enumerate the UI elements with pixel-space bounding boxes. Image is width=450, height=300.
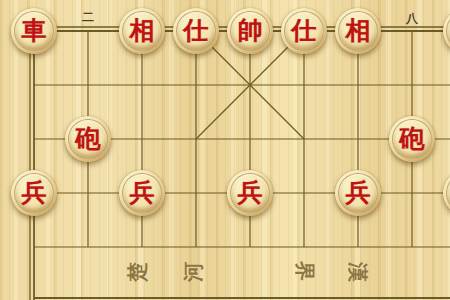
piece-red-advisor-left[interactable]: 仕 bbox=[173, 8, 219, 54]
piece-character: 相 bbox=[346, 18, 371, 43]
piece-character: 相 bbox=[130, 18, 155, 43]
river-text-chu: 楚 bbox=[127, 262, 147, 282]
piece-character: 仕 bbox=[184, 18, 209, 43]
piece-red-general[interactable]: 帥 bbox=[227, 8, 273, 54]
piece-red-soldier-5[interactable]: 兵 bbox=[227, 170, 273, 216]
piece-character: 砲 bbox=[76, 126, 101, 151]
river-text-he: 河 bbox=[183, 262, 203, 282]
piece-character: 兵 bbox=[238, 180, 263, 205]
river-text-han: 漢 bbox=[348, 262, 368, 282]
piece-face: 仕 bbox=[176, 11, 216, 51]
piece-face: 相 bbox=[338, 11, 378, 51]
piece-character: 車 bbox=[22, 18, 47, 43]
piece-face: 兵 bbox=[14, 173, 54, 213]
piece-red-elephant-right[interactable]: 相 bbox=[335, 8, 381, 54]
piece-character: 砲 bbox=[400, 126, 425, 151]
piece-face: 帥 bbox=[230, 11, 270, 51]
piece-red-soldier-1[interactable]: 兵 bbox=[11, 170, 57, 216]
piece-face: 砲 bbox=[68, 119, 108, 159]
piece-red-cannon-right[interactable]: 砲 bbox=[389, 116, 435, 162]
piece-red-soldier-7[interactable]: 兵 bbox=[335, 170, 381, 216]
file-label-8: 八 bbox=[406, 10, 418, 27]
piece-face: 相 bbox=[122, 11, 162, 51]
piece-character: 兵 bbox=[346, 180, 371, 205]
xiangqi-board: 二 八 楚 河 界 漢 車相仕帥仕相車砲砲兵兵兵兵兵 bbox=[0, 0, 450, 300]
piece-face: 兵 bbox=[338, 173, 378, 213]
piece-red-advisor-right[interactable]: 仕 bbox=[281, 8, 327, 54]
piece-red-soldier-3[interactable]: 兵 bbox=[119, 170, 165, 216]
piece-character: 兵 bbox=[130, 180, 155, 205]
piece-red-chariot-left[interactable]: 車 bbox=[11, 8, 57, 54]
piece-face: 兵 bbox=[122, 173, 162, 213]
piece-face: 兵 bbox=[230, 173, 270, 213]
piece-red-elephant-left[interactable]: 相 bbox=[119, 8, 165, 54]
piece-face: 車 bbox=[14, 11, 54, 51]
piece-red-cannon-left[interactable]: 砲 bbox=[65, 116, 111, 162]
piece-face: 砲 bbox=[392, 119, 432, 159]
file-label-2: 二 bbox=[82, 9, 94, 26]
piece-character: 仕 bbox=[292, 18, 317, 43]
river-text-jie: 界 bbox=[295, 261, 315, 281]
piece-face: 仕 bbox=[284, 11, 324, 51]
piece-character: 帥 bbox=[238, 18, 263, 43]
piece-character: 兵 bbox=[22, 180, 47, 205]
